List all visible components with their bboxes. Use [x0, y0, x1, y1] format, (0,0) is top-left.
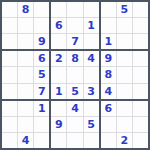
cell-r8c2[interactable] — [18, 117, 33, 132]
cell-r3c8[interactable] — [117, 34, 132, 49]
cell-r3c7: 1 — [101, 34, 116, 49]
cell-r1c4[interactable] — [51, 2, 66, 17]
cell-r6c7: 4 — [101, 84, 116, 99]
cell-r8c8[interactable] — [117, 117, 132, 132]
cell-r7c4[interactable] — [51, 101, 66, 116]
cell-r3c6[interactable] — [84, 34, 99, 49]
cell-r6c8[interactable] — [117, 84, 132, 99]
cell-r8c4: 9 — [51, 117, 66, 132]
cell-r2c5[interactable] — [67, 18, 82, 33]
cell-r6c1[interactable] — [2, 84, 17, 99]
block-3-1: 14 — [2, 101, 49, 148]
cell-r4c3: 6 — [34, 51, 49, 66]
cell-r8c7[interactable] — [101, 117, 116, 132]
cell-r1c6[interactable] — [84, 2, 99, 17]
cell-r4c8[interactable] — [117, 51, 132, 66]
cell-r9c9[interactable] — [133, 133, 148, 148]
cell-r7c2[interactable] — [18, 101, 33, 116]
cell-r8c3[interactable] — [34, 117, 49, 132]
block-1-3: 51 — [101, 2, 148, 49]
cell-r2c1[interactable] — [2, 18, 17, 33]
block-2-1: 657 — [2, 51, 49, 98]
cell-r9c7[interactable] — [101, 133, 116, 148]
cell-r1c1[interactable] — [2, 2, 17, 17]
cell-r2c3[interactable] — [34, 18, 49, 33]
cell-r8c9[interactable] — [133, 117, 148, 132]
cell-r9c1[interactable] — [2, 133, 17, 148]
cell-r2c2[interactable] — [18, 18, 33, 33]
cell-r1c5[interactable] — [67, 2, 82, 17]
cell-r8c1[interactable] — [2, 117, 17, 132]
cell-r5c3: 5 — [34, 67, 49, 82]
cell-r5c2[interactable] — [18, 67, 33, 82]
cell-r9c4[interactable] — [51, 133, 66, 148]
cell-r5c8[interactable] — [117, 67, 132, 82]
cell-r3c2[interactable] — [18, 34, 33, 49]
cell-r4c2[interactable] — [18, 51, 33, 66]
cell-r8c6: 5 — [84, 117, 99, 132]
cell-r9c2: 4 — [18, 133, 33, 148]
cell-r2c6: 1 — [84, 18, 99, 33]
cell-r4c6: 4 — [84, 51, 99, 66]
cell-r4c7: 9 — [101, 51, 116, 66]
cell-r2c9[interactable] — [133, 18, 148, 33]
cell-r7c6[interactable] — [84, 101, 99, 116]
cell-r9c8: 2 — [117, 133, 132, 148]
cell-r6c2[interactable] — [18, 84, 33, 99]
cell-r9c3[interactable] — [34, 133, 49, 148]
cell-r7c3: 1 — [34, 101, 49, 116]
block-1-1: 89 — [2, 2, 49, 49]
cell-r7c9[interactable] — [133, 101, 148, 116]
cell-r8c5[interactable] — [67, 117, 82, 132]
cell-r4c4: 2 — [51, 51, 66, 66]
cell-r4c9[interactable] — [133, 51, 148, 66]
cell-r4c1[interactable] — [2, 51, 17, 66]
cell-r6c5: 5 — [67, 84, 82, 99]
cell-r6c9[interactable] — [133, 84, 148, 99]
cell-r7c8[interactable] — [117, 101, 132, 116]
block-3-2: 495 — [51, 101, 98, 148]
cell-r3c1[interactable] — [2, 34, 17, 49]
block-3-3: 62 — [101, 101, 148, 148]
cell-r4c5: 8 — [67, 51, 82, 66]
cell-r2c8[interactable] — [117, 18, 132, 33]
cell-r1c8: 5 — [117, 2, 132, 17]
cell-r6c6: 3 — [84, 84, 99, 99]
cell-r2c4: 6 — [51, 18, 66, 33]
cell-r3c9[interactable] — [133, 34, 148, 49]
sudoku-board: 89617516572841539841449562 — [0, 0, 150, 150]
cell-r9c5[interactable] — [67, 133, 82, 148]
block-2-3: 984 — [101, 51, 148, 98]
cell-r2c7[interactable] — [101, 18, 116, 33]
cell-r7c5: 4 — [67, 101, 82, 116]
cell-r6c4: 1 — [51, 84, 66, 99]
cell-r6c3: 7 — [34, 84, 49, 99]
cell-r3c4[interactable] — [51, 34, 66, 49]
cell-r9c6[interactable] — [84, 133, 99, 148]
cell-r5c7: 8 — [101, 67, 116, 82]
block-1-2: 617 — [51, 2, 98, 49]
cell-r1c2: 8 — [18, 2, 33, 17]
cell-r3c3: 9 — [34, 34, 49, 49]
cell-r1c3[interactable] — [34, 2, 49, 17]
block-2-2: 284153 — [51, 51, 98, 98]
cell-r5c4[interactable] — [51, 67, 66, 82]
cell-r3c5: 7 — [67, 34, 82, 49]
cell-r1c7[interactable] — [101, 2, 116, 17]
cell-r5c1[interactable] — [2, 67, 17, 82]
cell-r5c9[interactable] — [133, 67, 148, 82]
cell-r5c5[interactable] — [67, 67, 82, 82]
cell-r5c6[interactable] — [84, 67, 99, 82]
cell-r7c1[interactable] — [2, 101, 17, 116]
cell-r7c7: 6 — [101, 101, 116, 116]
cell-r1c9[interactable] — [133, 2, 148, 17]
